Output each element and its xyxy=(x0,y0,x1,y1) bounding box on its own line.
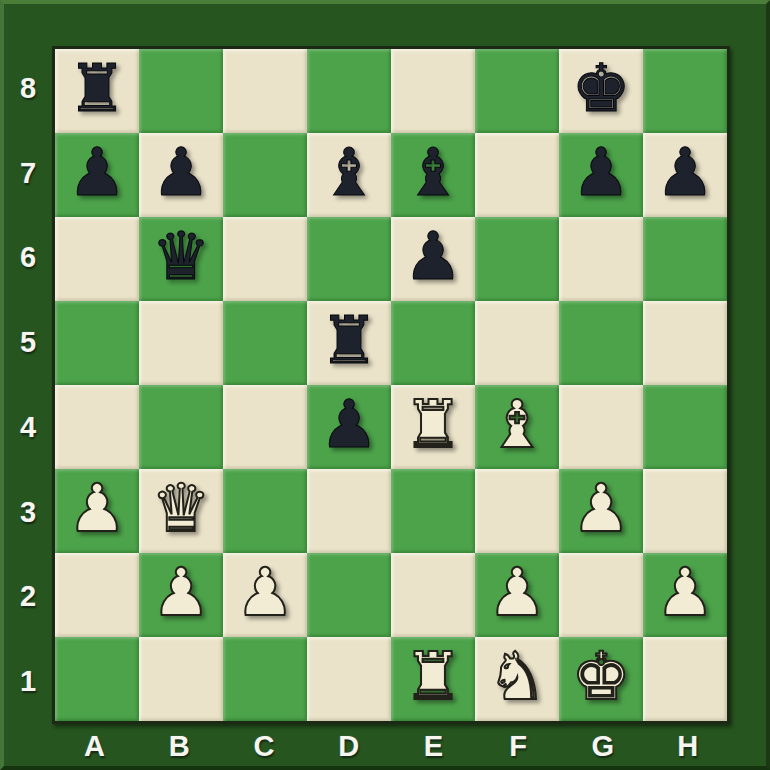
file-label-c: C xyxy=(222,724,307,768)
square-g1[interactable]: ♚ xyxy=(559,637,643,721)
square-d3[interactable] xyxy=(307,469,391,553)
square-f1[interactable]: ♞ xyxy=(475,637,559,721)
square-c2[interactable]: ♟ xyxy=(223,553,307,637)
file-label-a: A xyxy=(52,724,137,768)
square-e5[interactable] xyxy=(391,301,475,385)
piece-black-bishop-d7[interactable]: ♝ xyxy=(319,140,378,206)
piece-white-bishop-f4[interactable]: ♝ xyxy=(487,392,546,458)
piece-white-king-g1[interactable]: ♚ xyxy=(571,644,630,710)
square-d6[interactable] xyxy=(307,217,391,301)
square-a8[interactable]: ♜ xyxy=(55,49,139,133)
square-c7[interactable] xyxy=(223,133,307,217)
square-a4[interactable] xyxy=(55,385,139,469)
square-h4[interactable] xyxy=(643,385,727,469)
piece-black-queen-b6[interactable]: ♛ xyxy=(151,224,210,290)
square-b8[interactable] xyxy=(139,49,223,133)
rank-labels: 87654321 xyxy=(4,46,52,724)
file-label-d: D xyxy=(306,724,391,768)
piece-black-pawn-d4[interactable]: ♟ xyxy=(319,392,378,458)
square-f7[interactable] xyxy=(475,133,559,217)
square-c5[interactable] xyxy=(223,301,307,385)
square-f8[interactable] xyxy=(475,49,559,133)
square-h2[interactable]: ♟ xyxy=(643,553,727,637)
square-g4[interactable] xyxy=(559,385,643,469)
square-e8[interactable] xyxy=(391,49,475,133)
chess-board-frame: 87654321 ♜♚♟♟♝♝♟♟♛♟♜♟♜♝♟♛♟♟♟♟♟♜♞♚ ABCDEF… xyxy=(0,0,770,770)
square-a6[interactable] xyxy=(55,217,139,301)
square-d8[interactable] xyxy=(307,49,391,133)
square-c4[interactable] xyxy=(223,385,307,469)
file-label-b: B xyxy=(137,724,222,768)
square-b5[interactable] xyxy=(139,301,223,385)
square-e3[interactable] xyxy=(391,469,475,553)
square-h5[interactable] xyxy=(643,301,727,385)
chess-board[interactable]: ♜♚♟♟♝♝♟♟♛♟♜♟♜♝♟♛♟♟♟♟♟♜♞♚ xyxy=(52,46,730,724)
rank-label-6: 6 xyxy=(4,216,52,301)
piece-white-pawn-h2[interactable]: ♟ xyxy=(655,560,714,626)
square-e6[interactable]: ♟ xyxy=(391,217,475,301)
square-a1[interactable] xyxy=(55,637,139,721)
piece-black-rook-a8[interactable]: ♜ xyxy=(67,56,126,122)
piece-black-pawn-e6[interactable]: ♟ xyxy=(403,224,462,290)
square-c1[interactable] xyxy=(223,637,307,721)
rank-label-4: 4 xyxy=(4,385,52,470)
piece-white-rook-e1[interactable]: ♜ xyxy=(403,644,462,710)
file-label-g: G xyxy=(561,724,646,768)
rank-label-5: 5 xyxy=(4,300,52,385)
square-f5[interactable] xyxy=(475,301,559,385)
square-f4[interactable]: ♝ xyxy=(475,385,559,469)
square-h8[interactable] xyxy=(643,49,727,133)
square-b3[interactable]: ♛ xyxy=(139,469,223,553)
piece-white-pawn-a3[interactable]: ♟ xyxy=(67,476,126,542)
square-a3[interactable]: ♟ xyxy=(55,469,139,553)
square-f2[interactable]: ♟ xyxy=(475,553,559,637)
square-a5[interactable] xyxy=(55,301,139,385)
square-b7[interactable]: ♟ xyxy=(139,133,223,217)
square-b6[interactable]: ♛ xyxy=(139,217,223,301)
piece-white-queen-b3[interactable]: ♛ xyxy=(151,476,210,542)
square-c8[interactable] xyxy=(223,49,307,133)
piece-black-bishop-e7[interactable]: ♝ xyxy=(403,140,462,206)
square-d5[interactable]: ♜ xyxy=(307,301,391,385)
piece-white-knight-f1[interactable]: ♞ xyxy=(487,644,546,710)
rank-label-3: 3 xyxy=(4,470,52,555)
square-a7[interactable]: ♟ xyxy=(55,133,139,217)
square-e4[interactable]: ♜ xyxy=(391,385,475,469)
piece-white-pawn-c2[interactable]: ♟ xyxy=(235,560,294,626)
file-label-f: F xyxy=(476,724,561,768)
square-g6[interactable] xyxy=(559,217,643,301)
square-b2[interactable]: ♟ xyxy=(139,553,223,637)
square-b1[interactable] xyxy=(139,637,223,721)
square-e2[interactable] xyxy=(391,553,475,637)
square-g8[interactable]: ♚ xyxy=(559,49,643,133)
square-g2[interactable] xyxy=(559,553,643,637)
piece-black-pawn-h7[interactable]: ♟ xyxy=(655,140,714,206)
piece-black-pawn-g7[interactable]: ♟ xyxy=(571,140,630,206)
square-e7[interactable]: ♝ xyxy=(391,133,475,217)
piece-black-king-g8[interactable]: ♚ xyxy=(571,56,630,122)
piece-white-pawn-g3[interactable]: ♟ xyxy=(571,476,630,542)
rank-label-7: 7 xyxy=(4,131,52,216)
square-e1[interactable]: ♜ xyxy=(391,637,475,721)
piece-black-rook-d5[interactable]: ♜ xyxy=(319,308,378,374)
square-d7[interactable]: ♝ xyxy=(307,133,391,217)
piece-white-rook-e4[interactable]: ♜ xyxy=(403,392,462,458)
square-g5[interactable] xyxy=(559,301,643,385)
piece-white-pawn-b2[interactable]: ♟ xyxy=(151,560,210,626)
rank-label-8: 8 xyxy=(4,46,52,131)
square-f6[interactable] xyxy=(475,217,559,301)
piece-black-pawn-a7[interactable]: ♟ xyxy=(67,140,126,206)
square-h7[interactable]: ♟ xyxy=(643,133,727,217)
square-d1[interactable] xyxy=(307,637,391,721)
square-g3[interactable]: ♟ xyxy=(559,469,643,553)
square-h6[interactable] xyxy=(643,217,727,301)
square-h1[interactable] xyxy=(643,637,727,721)
square-h3[interactable] xyxy=(643,469,727,553)
square-c3[interactable] xyxy=(223,469,307,553)
square-g7[interactable]: ♟ xyxy=(559,133,643,217)
square-a2[interactable] xyxy=(55,553,139,637)
square-c6[interactable] xyxy=(223,217,307,301)
rank-label-2: 2 xyxy=(4,555,52,640)
square-f3[interactable] xyxy=(475,469,559,553)
square-d4[interactable]: ♟ xyxy=(307,385,391,469)
piece-black-pawn-b7[interactable]: ♟ xyxy=(151,140,210,206)
file-label-h: H xyxy=(645,724,730,768)
piece-white-pawn-f2[interactable]: ♟ xyxy=(487,560,546,626)
square-d2[interactable] xyxy=(307,553,391,637)
file-labels: ABCDEFGH xyxy=(52,724,730,768)
rank-label-1: 1 xyxy=(4,639,52,724)
square-b4[interactable] xyxy=(139,385,223,469)
file-label-e: E xyxy=(391,724,476,768)
